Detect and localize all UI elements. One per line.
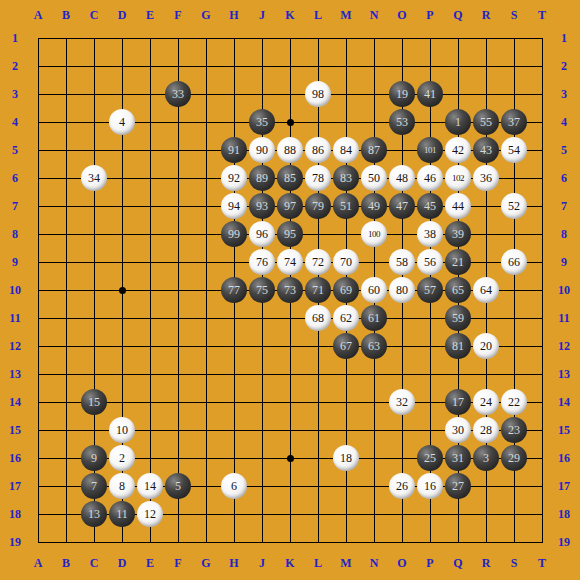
stone-black-H8[interactable]: 99 — [221, 221, 247, 247]
coord-label-top-A: A — [28, 8, 48, 22]
stone-white-M16[interactable]: 18 — [333, 445, 359, 471]
stone-black-C17[interactable]: 7 — [81, 473, 107, 499]
stone-white-N10[interactable]: 60 — [361, 277, 387, 303]
star-point-D10 — [119, 287, 126, 294]
stone-black-R16[interactable]: 3 — [473, 445, 499, 471]
coord-label-left-10: 10 — [2, 283, 28, 297]
stone-black-F3[interactable]: 33 — [165, 81, 191, 107]
stone-white-S9[interactable]: 66 — [501, 249, 527, 275]
coord-label-right-6: 6 — [551, 171, 577, 185]
coord-label-left-8: 8 — [2, 227, 28, 241]
coord-label-right-3: 3 — [551, 87, 577, 101]
coord-label-right-11: 11 — [551, 311, 577, 325]
stone-white-O14[interactable]: 32 — [389, 389, 415, 415]
coord-label-left-3: 3 — [2, 87, 28, 101]
stone-white-Q15[interactable]: 30 — [445, 417, 471, 443]
stone-black-J7[interactable]: 93 — [249, 193, 275, 219]
coord-label-left-6: 6 — [2, 171, 28, 185]
stone-white-R10[interactable]: 64 — [473, 277, 499, 303]
star-point-K4 — [287, 119, 294, 126]
coord-label-right-15: 15 — [551, 423, 577, 437]
stone-black-Q10[interactable]: 65 — [445, 277, 471, 303]
stone-white-P17[interactable]: 16 — [417, 473, 443, 499]
coord-label-right-2: 2 — [551, 59, 577, 73]
stone-white-J5[interactable]: 90 — [249, 137, 275, 163]
stone-white-H7[interactable]: 94 — [221, 193, 247, 219]
stone-black-N7[interactable]: 49 — [361, 193, 387, 219]
stone-white-L3[interactable]: 98 — [305, 81, 331, 107]
coord-label-right-13: 13 — [551, 367, 577, 381]
stone-white-P6[interactable]: 46 — [417, 165, 443, 191]
stone-white-O10[interactable]: 80 — [389, 277, 415, 303]
stone-white-N8[interactable]: 100 — [361, 221, 387, 247]
coord-label-left-18: 18 — [2, 507, 28, 521]
coord-label-right-12: 12 — [551, 339, 577, 353]
stone-black-J10[interactable]: 75 — [249, 277, 275, 303]
stone-black-O3[interactable]: 19 — [389, 81, 415, 107]
stone-black-J4[interactable]: 35 — [249, 109, 275, 135]
stone-white-O9[interactable]: 58 — [389, 249, 415, 275]
stone-white-D4[interactable]: 4 — [109, 109, 135, 135]
coord-label-top-F: F — [168, 8, 188, 22]
coord-label-top-N: N — [364, 8, 384, 22]
coord-label-bottom-B: B — [56, 556, 76, 570]
coord-label-bottom-T: T — [532, 556, 552, 570]
stone-black-Q4[interactable]: 1 — [445, 109, 471, 135]
coord-label-top-R: R — [476, 8, 496, 22]
stone-black-P10[interactable]: 57 — [417, 277, 443, 303]
stone-black-L7[interactable]: 79 — [305, 193, 331, 219]
stone-white-P9[interactable]: 56 — [417, 249, 443, 275]
stone-white-R6[interactable]: 36 — [473, 165, 499, 191]
stone-white-J8[interactable]: 96 — [249, 221, 275, 247]
coord-label-bottom-O: O — [392, 556, 412, 570]
stone-black-R5[interactable]: 43 — [473, 137, 499, 163]
coord-label-bottom-H: H — [224, 556, 244, 570]
stone-black-R4[interactable]: 55 — [473, 109, 499, 135]
stone-white-R12[interactable]: 20 — [473, 333, 499, 359]
coord-label-bottom-F: F — [168, 556, 188, 570]
stone-white-M11[interactable]: 62 — [333, 305, 359, 331]
stone-black-Q16[interactable]: 31 — [445, 445, 471, 471]
stone-white-K9[interactable]: 74 — [277, 249, 303, 275]
stone-white-P8[interactable]: 38 — [417, 221, 443, 247]
stone-white-D15[interactable]: 10 — [109, 417, 135, 443]
stone-black-M12[interactable]: 67 — [333, 333, 359, 359]
coord-label-bottom-M: M — [336, 556, 356, 570]
stone-black-C14[interactable]: 15 — [81, 389, 107, 415]
coord-label-right-14: 14 — [551, 395, 577, 409]
coord-label-right-5: 5 — [551, 143, 577, 157]
stone-black-F17[interactable]: 5 — [165, 473, 191, 499]
coord-label-right-1: 1 — [551, 31, 577, 45]
coord-label-right-7: 7 — [551, 199, 577, 213]
coord-label-top-P: P — [420, 8, 440, 22]
coord-label-bottom-C: C — [84, 556, 104, 570]
stone-white-R15[interactable]: 28 — [473, 417, 499, 443]
stone-black-M7[interactable]: 51 — [333, 193, 359, 219]
coord-label-left-15: 15 — [2, 423, 28, 437]
coord-label-right-4: 4 — [551, 115, 577, 129]
stone-black-Q11[interactable]: 59 — [445, 305, 471, 331]
coord-label-left-17: 17 — [2, 479, 28, 493]
stone-black-C16[interactable]: 9 — [81, 445, 107, 471]
coord-label-bottom-J: J — [252, 556, 272, 570]
stone-white-S14[interactable]: 22 — [501, 389, 527, 415]
stone-black-K10[interactable]: 73 — [277, 277, 303, 303]
stone-black-S16[interactable]: 29 — [501, 445, 527, 471]
coord-label-bottom-D: D — [112, 556, 132, 570]
coord-label-bottom-S: S — [504, 556, 524, 570]
stone-black-N5[interactable]: 87 — [361, 137, 387, 163]
coord-label-top-C: C — [84, 8, 104, 22]
stone-black-H10[interactable]: 77 — [221, 277, 247, 303]
coord-label-bottom-G: G — [196, 556, 216, 570]
stone-white-L5[interactable]: 86 — [305, 137, 331, 163]
stone-black-S4[interactable]: 37 — [501, 109, 527, 135]
stone-black-N11[interactable]: 61 — [361, 305, 387, 331]
coord-label-top-M: M — [336, 8, 356, 22]
go-game-diagram: AABBCCDDEEFFGGHHJJKKLLMMNNOOPPQQRRSSTT11… — [0, 0, 580, 580]
coord-label-bottom-N: N — [364, 556, 384, 570]
stone-white-D17[interactable]: 8 — [109, 473, 135, 499]
stone-black-M10[interactable]: 69 — [333, 277, 359, 303]
coord-label-left-16: 16 — [2, 451, 28, 465]
stone-black-O4[interactable]: 53 — [389, 109, 415, 135]
coord-label-bottom-E: E — [140, 556, 160, 570]
coord-label-left-4: 4 — [2, 115, 28, 129]
stone-white-S5[interactable]: 54 — [501, 137, 527, 163]
stone-white-Q7[interactable]: 44 — [445, 193, 471, 219]
stone-black-D18[interactable]: 11 — [109, 501, 135, 527]
coord-label-right-18: 18 — [551, 507, 577, 521]
stone-black-P3[interactable]: 41 — [417, 81, 443, 107]
stone-black-Q12[interactable]: 81 — [445, 333, 471, 359]
coord-label-bottom-K: K — [280, 556, 300, 570]
coord-label-left-19: 19 — [2, 535, 28, 549]
stone-white-C6[interactable]: 34 — [81, 165, 107, 191]
coord-label-right-8: 8 — [551, 227, 577, 241]
star-point-K16 — [287, 455, 294, 462]
coord-label-left-7: 7 — [2, 199, 28, 213]
stone-white-O6[interactable]: 48 — [389, 165, 415, 191]
stone-white-M9[interactable]: 70 — [333, 249, 359, 275]
coord-label-left-5: 5 — [2, 143, 28, 157]
coord-label-top-J: J — [252, 8, 272, 22]
stone-white-N6[interactable]: 50 — [361, 165, 387, 191]
stone-white-L11[interactable]: 68 — [305, 305, 331, 331]
stone-white-D16[interactable]: 2 — [109, 445, 135, 471]
stone-black-L10[interactable]: 71 — [305, 277, 331, 303]
stone-black-P7[interactable]: 45 — [417, 193, 443, 219]
coord-label-left-9: 9 — [2, 255, 28, 269]
coord-label-left-1: 1 — [2, 31, 28, 45]
stone-white-R14[interactable]: 24 — [473, 389, 499, 415]
stone-white-H17[interactable]: 6 — [221, 473, 247, 499]
stone-white-O17[interactable]: 26 — [389, 473, 415, 499]
stone-black-J6[interactable]: 89 — [249, 165, 275, 191]
coord-label-top-T: T — [532, 8, 552, 22]
stone-black-N12[interactable]: 63 — [361, 333, 387, 359]
stone-black-O7[interactable]: 47 — [389, 193, 415, 219]
stone-white-Q6[interactable]: 102 — [445, 165, 471, 191]
stone-white-M5[interactable]: 84 — [333, 137, 359, 163]
coord-label-top-D: D — [112, 8, 132, 22]
coord-label-top-B: B — [56, 8, 76, 22]
stone-white-E17[interactable]: 14 — [137, 473, 163, 499]
stone-black-M6[interactable]: 83 — [333, 165, 359, 191]
coord-label-bottom-L: L — [308, 556, 328, 570]
coord-label-left-14: 14 — [2, 395, 28, 409]
stone-black-K7[interactable]: 97 — [277, 193, 303, 219]
stone-black-C18[interactable]: 13 — [81, 501, 107, 527]
coord-label-right-9: 9 — [551, 255, 577, 269]
coord-label-top-Q: Q — [448, 8, 468, 22]
coord-label-left-13: 13 — [2, 367, 28, 381]
coord-label-bottom-P: P — [420, 556, 440, 570]
coord-label-bottom-Q: Q — [448, 556, 468, 570]
coord-label-top-G: G — [196, 8, 216, 22]
coord-label-top-H: H — [224, 8, 244, 22]
stone-white-Q5[interactable]: 42 — [445, 137, 471, 163]
coord-label-right-16: 16 — [551, 451, 577, 465]
coord-label-bottom-R: R — [476, 556, 496, 570]
stone-black-P16[interactable]: 25 — [417, 445, 443, 471]
stone-white-L9[interactable]: 72 — [305, 249, 331, 275]
coord-label-top-K: K — [280, 8, 300, 22]
stone-black-K8[interactable]: 95 — [277, 221, 303, 247]
coord-label-left-2: 2 — [2, 59, 28, 73]
coord-label-right-19: 19 — [551, 535, 577, 549]
coord-label-left-11: 11 — [2, 311, 28, 325]
stone-white-E18[interactable]: 12 — [137, 501, 163, 527]
coord-label-top-O: O — [392, 8, 412, 22]
coord-label-right-17: 17 — [551, 479, 577, 493]
stone-black-H5[interactable]: 91 — [221, 137, 247, 163]
stone-black-Q17[interactable]: 27 — [445, 473, 471, 499]
stone-white-S7[interactable]: 52 — [501, 193, 527, 219]
stone-black-S15[interactable]: 23 — [501, 417, 527, 443]
coord-label-top-L: L — [308, 8, 328, 22]
coord-label-right-10: 10 — [551, 283, 577, 297]
coord-label-top-S: S — [504, 8, 524, 22]
coord-label-bottom-A: A — [28, 556, 48, 570]
stone-black-Q9[interactable]: 21 — [445, 249, 471, 275]
stone-white-J9[interactable]: 76 — [249, 249, 275, 275]
stone-black-P5[interactable]: 101 — [417, 137, 443, 163]
stone-white-L6[interactable]: 78 — [305, 165, 331, 191]
stone-black-K6[interactable]: 85 — [277, 165, 303, 191]
coord-label-top-E: E — [140, 8, 160, 22]
stone-white-K5[interactable]: 88 — [277, 137, 303, 163]
stone-white-H6[interactable]: 92 — [221, 165, 247, 191]
coord-label-left-12: 12 — [2, 339, 28, 353]
stone-black-Q14[interactable]: 17 — [445, 389, 471, 415]
stone-black-Q8[interactable]: 39 — [445, 221, 471, 247]
